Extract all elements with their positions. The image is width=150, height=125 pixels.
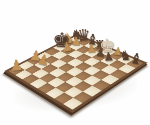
- chess-set-photo: ♞♛♝♜♚♟♞♝♞♟♟♟♟♚♟♟♟♟: [0, 0, 150, 125]
